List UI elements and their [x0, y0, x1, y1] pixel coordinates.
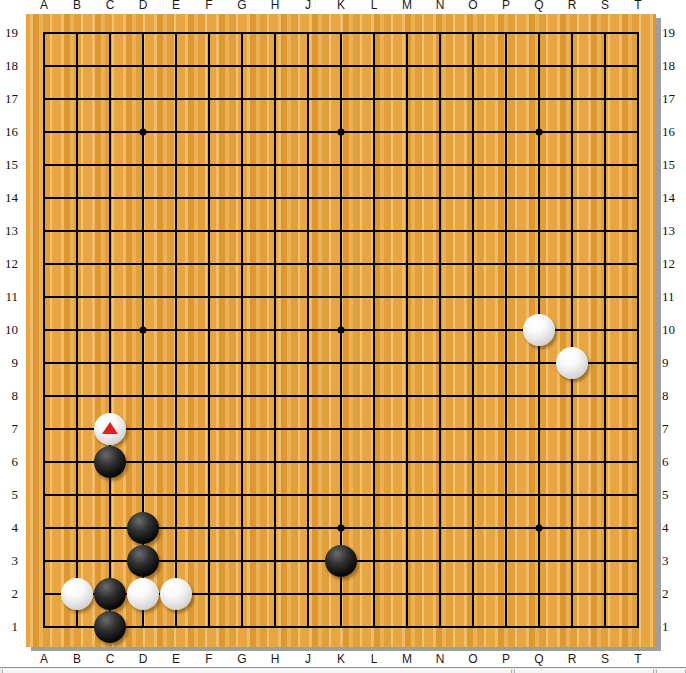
- coord-label-col-bottom-H: H: [259, 652, 291, 666]
- coord-label-row-right-2: 2: [662, 586, 686, 602]
- coord-label-col-top-C: C: [94, 0, 126, 12]
- stone-black-c6[interactable]: [94, 446, 126, 478]
- coord-label-row-right-13: 13: [662, 223, 686, 239]
- coord-label-row-right-19: 19: [662, 25, 686, 41]
- coord-label-row-left-17: 17: [0, 91, 18, 107]
- coord-label-row-left-9: 9: [0, 355, 18, 371]
- go-app-window: AABBCCDDEEFFGGHHJJKKLLMMNNOOPPQQRRSSTT19…: [0, 0, 686, 673]
- stone-black-c1[interactable]: [94, 611, 126, 643]
- coord-label-col-bottom-S: S: [589, 652, 621, 666]
- coord-label-row-right-6: 6: [662, 454, 686, 470]
- coord-label-col-bottom-Q: Q: [523, 652, 555, 666]
- star-point-d16: [140, 129, 147, 136]
- coord-label-row-right-5: 5: [662, 487, 686, 503]
- star-point-d10: [140, 327, 147, 334]
- coord-label-col-top-Q: Q: [523, 0, 555, 12]
- coord-label-row-left-1: 1: [0, 619, 18, 635]
- coord-label-col-bottom-A: A: [28, 652, 60, 666]
- coord-label-row-left-2: 2: [0, 586, 18, 602]
- coord-label-col-bottom-D: D: [127, 652, 159, 666]
- coord-label-col-bottom-P: P: [490, 652, 522, 666]
- coord-label-row-right-9: 9: [662, 355, 686, 371]
- coord-label-col-top-R: R: [556, 0, 588, 12]
- coord-label-col-top-T: T: [622, 0, 654, 12]
- stone-white-c7[interactable]: [94, 413, 126, 445]
- coord-label-col-bottom-O: O: [457, 652, 489, 666]
- coord-label-col-bottom-L: L: [358, 652, 390, 666]
- status-bar-panel-2: [514, 669, 654, 673]
- coord-label-row-left-11: 11: [0, 289, 18, 305]
- coord-label-row-left-4: 4: [0, 520, 18, 536]
- stone-white-b2[interactable]: [61, 578, 93, 610]
- coord-label-col-bottom-K: K: [325, 652, 357, 666]
- coord-label-row-right-16: 16: [662, 124, 686, 140]
- coord-label-row-right-12: 12: [662, 256, 686, 272]
- coord-label-col-top-E: E: [160, 0, 192, 12]
- star-point-k4: [338, 525, 345, 532]
- coord-label-row-left-7: 7: [0, 421, 18, 437]
- coord-label-row-left-10: 10: [0, 322, 18, 338]
- coord-label-row-right-1: 1: [662, 619, 686, 635]
- coord-label-col-top-M: M: [391, 0, 423, 12]
- coord-label-col-top-P: P: [490, 0, 522, 12]
- coord-label-col-top-H: H: [259, 0, 291, 12]
- coord-label-row-left-12: 12: [0, 256, 18, 272]
- coord-label-col-top-A: A: [28, 0, 60, 12]
- stone-white-d2[interactable]: [127, 578, 159, 610]
- stone-black-c2[interactable]: [94, 578, 126, 610]
- coord-label-row-right-3: 3: [662, 553, 686, 569]
- coord-label-col-bottom-N: N: [424, 652, 456, 666]
- coord-label-col-bottom-G: G: [226, 652, 258, 666]
- status-bar-panel-1: [2, 669, 512, 673]
- coord-label-col-top-D: D: [127, 0, 159, 12]
- stone-black-d4[interactable]: [127, 512, 159, 544]
- coord-label-col-bottom-J: J: [292, 652, 324, 666]
- coord-label-row-right-15: 15: [662, 157, 686, 173]
- coord-label-col-top-G: G: [226, 0, 258, 12]
- coord-label-col-bottom-F: F: [193, 652, 225, 666]
- star-point-k16: [338, 129, 345, 136]
- coord-label-row-right-10: 10: [662, 322, 686, 338]
- coord-label-row-right-7: 7: [662, 421, 686, 437]
- coord-label-col-top-L: L: [358, 0, 390, 12]
- coord-label-row-left-3: 3: [0, 553, 18, 569]
- board-overlay: AABBCCDDEEFFGGHHJJKKLLMMNNOOPPQQRRSSTT19…: [0, 0, 686, 673]
- coord-label-col-bottom-M: M: [391, 652, 423, 666]
- star-point-q16: [536, 129, 543, 136]
- stone-white-r9[interactable]: [556, 347, 588, 379]
- coord-label-row-right-11: 11: [662, 289, 686, 305]
- coord-label-col-top-O: O: [457, 0, 489, 12]
- status-bar-panel-3: [656, 669, 686, 673]
- coord-label-col-bottom-T: T: [622, 652, 654, 666]
- coord-label-col-bottom-C: C: [94, 652, 126, 666]
- coord-label-row-left-5: 5: [0, 487, 18, 503]
- star-point-k10: [338, 327, 345, 334]
- coord-label-row-left-16: 16: [0, 124, 18, 140]
- coord-label-row-right-4: 4: [662, 520, 686, 536]
- coord-label-row-right-8: 8: [662, 388, 686, 404]
- last-move-triangle-icon: [102, 422, 118, 434]
- status-bar: [0, 667, 686, 673]
- coord-label-row-left-6: 6: [0, 454, 18, 470]
- coord-label-row-left-18: 18: [0, 58, 18, 74]
- stone-black-k3[interactable]: [325, 545, 357, 577]
- coord-label-row-left-19: 19: [0, 25, 18, 41]
- coord-label-col-top-B: B: [61, 0, 93, 12]
- coord-label-row-left-14: 14: [0, 190, 18, 206]
- star-point-q4: [536, 525, 543, 532]
- stone-white-q10[interactable]: [523, 314, 555, 346]
- coord-label-col-top-K: K: [325, 0, 357, 12]
- coord-label-row-left-13: 13: [0, 223, 18, 239]
- coord-label-row-right-18: 18: [662, 58, 686, 74]
- coord-label-row-right-14: 14: [662, 190, 686, 206]
- coord-label-col-top-J: J: [292, 0, 324, 12]
- coord-label-col-bottom-B: B: [61, 652, 93, 666]
- coord-label-col-top-N: N: [424, 0, 456, 12]
- coord-label-row-left-8: 8: [0, 388, 18, 404]
- stone-black-d3[interactable]: [127, 545, 159, 577]
- coord-label-col-bottom-R: R: [556, 652, 588, 666]
- coord-label-col-top-F: F: [193, 0, 225, 12]
- coord-label-row-right-17: 17: [662, 91, 686, 107]
- coord-label-row-left-15: 15: [0, 157, 18, 173]
- stone-white-e2[interactable]: [160, 578, 192, 610]
- coord-label-col-bottom-E: E: [160, 652, 192, 666]
- coord-label-col-top-S: S: [589, 0, 621, 12]
